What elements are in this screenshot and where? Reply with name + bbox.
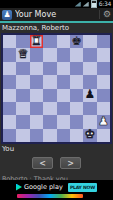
square-d2[interactable]	[43, 115, 56, 128]
square-f8[interactable]: ♚	[70, 35, 83, 48]
square-c5[interactable]	[30, 75, 43, 88]
square-a3[interactable]	[3, 102, 16, 115]
square-a7[interactable]	[3, 48, 16, 61]
square-g8[interactable]	[83, 35, 96, 48]
move-nav: < >	[0, 157, 113, 169]
square-g7[interactable]	[83, 48, 96, 61]
square-g1[interactable]: ♚	[83, 129, 96, 142]
square-f6[interactable]	[70, 62, 83, 75]
square-e3[interactable]	[57, 102, 70, 115]
square-b2[interactable]	[16, 115, 29, 128]
square-a5[interactable]	[3, 75, 16, 88]
prev-move-button[interactable]: <	[32, 157, 53, 169]
action-bar: ♟ Your Move ⚙	[0, 8, 113, 21]
square-d4[interactable]	[43, 89, 56, 102]
square-a8[interactable]	[3, 35, 16, 48]
square-f2[interactable]	[70, 115, 83, 128]
square-h7[interactable]	[97, 48, 110, 61]
square-b4[interactable]	[16, 89, 29, 102]
square-h4[interactable]	[97, 89, 110, 102]
white-queen: ♛	[18, 48, 29, 60]
square-b7[interactable]: ♛	[16, 48, 29, 61]
board-frame: ♜♚♛♟♟♚	[1, 33, 112, 144]
square-c6[interactable]	[30, 62, 43, 75]
ad-banner[interactable]: Google play PLAY NOW	[0, 180, 113, 200]
square-b6[interactable]	[16, 62, 29, 75]
player-label: You	[0, 144, 113, 154]
square-e8[interactable]	[57, 35, 70, 48]
square-h8[interactable]	[97, 35, 110, 48]
square-b3[interactable]	[16, 102, 29, 115]
square-h2[interactable]: ♟	[97, 115, 110, 128]
status-bar: 6:34	[0, 0, 113, 8]
square-d3[interactable]	[43, 102, 56, 115]
settings-gear-icon[interactable]: ⚙	[103, 8, 111, 21]
black-king: ♚	[71, 35, 82, 47]
square-g3[interactable]	[83, 102, 96, 115]
square-d5[interactable]	[43, 75, 56, 88]
square-h5[interactable]	[97, 75, 110, 88]
square-b5[interactable]	[16, 75, 29, 88]
square-b1[interactable]	[16, 129, 29, 142]
next-move-button[interactable]: >	[60, 157, 81, 169]
square-d1[interactable]	[43, 129, 56, 142]
clock: 6:34	[99, 0, 111, 8]
rainbow-strip	[17, 194, 83, 198]
square-d8[interactable]	[43, 35, 56, 48]
square-e4[interactable]	[57, 89, 70, 102]
square-f4[interactable]	[70, 89, 83, 102]
actionbar-divider	[99, 10, 100, 19]
square-c7[interactable]	[30, 48, 43, 61]
ad-banner-content: Google play PLAY NOW	[16, 181, 97, 193]
square-c3[interactable]	[30, 102, 43, 115]
square-g4[interactable]: ♟	[83, 89, 96, 102]
square-a1[interactable]	[3, 129, 16, 142]
signal-icon	[83, 2, 89, 7]
square-f7[interactable]	[70, 48, 83, 61]
square-c2[interactable]	[30, 115, 43, 128]
square-c4[interactable]	[30, 89, 43, 102]
play-store-icon	[16, 184, 22, 191]
square-e7[interactable]	[57, 48, 70, 61]
square-e5[interactable]	[57, 75, 70, 88]
white-king: ♚	[85, 128, 96, 140]
chess-board[interactable]: ♜♚♛♟♟♚	[3, 35, 110, 142]
square-e1[interactable]	[57, 129, 70, 142]
play-now-button[interactable]: PLAY NOW	[68, 183, 97, 192]
square-d6[interactable]	[43, 62, 56, 75]
wifi-icon	[75, 2, 81, 7]
opponent-name: Mazzonna, Roberto	[0, 23, 113, 33]
page-title: Your Move	[15, 10, 96, 19]
app-icon: ♟	[2, 10, 12, 20]
square-h6[interactable]	[97, 62, 110, 75]
white-pawn: ♟	[98, 115, 109, 127]
square-a2[interactable]	[3, 115, 16, 128]
square-f1[interactable]	[70, 129, 83, 142]
square-h1[interactable]	[97, 129, 110, 142]
square-a4[interactable]	[3, 89, 16, 102]
white-rook: ♜	[31, 35, 42, 47]
square-g6[interactable]	[83, 62, 96, 75]
square-e2[interactable]	[57, 115, 70, 128]
battery-icon	[91, 0, 97, 8]
square-c8[interactable]: ♜	[30, 35, 43, 48]
square-f3[interactable]	[70, 102, 83, 115]
square-d7[interactable]	[43, 48, 56, 61]
square-e6[interactable]	[57, 62, 70, 75]
store-name: Google play	[24, 183, 66, 191]
square-a6[interactable]	[3, 62, 16, 75]
square-f5[interactable]	[70, 75, 83, 88]
square-c1[interactable]	[30, 129, 43, 142]
black-pawn: ♟	[85, 88, 96, 100]
